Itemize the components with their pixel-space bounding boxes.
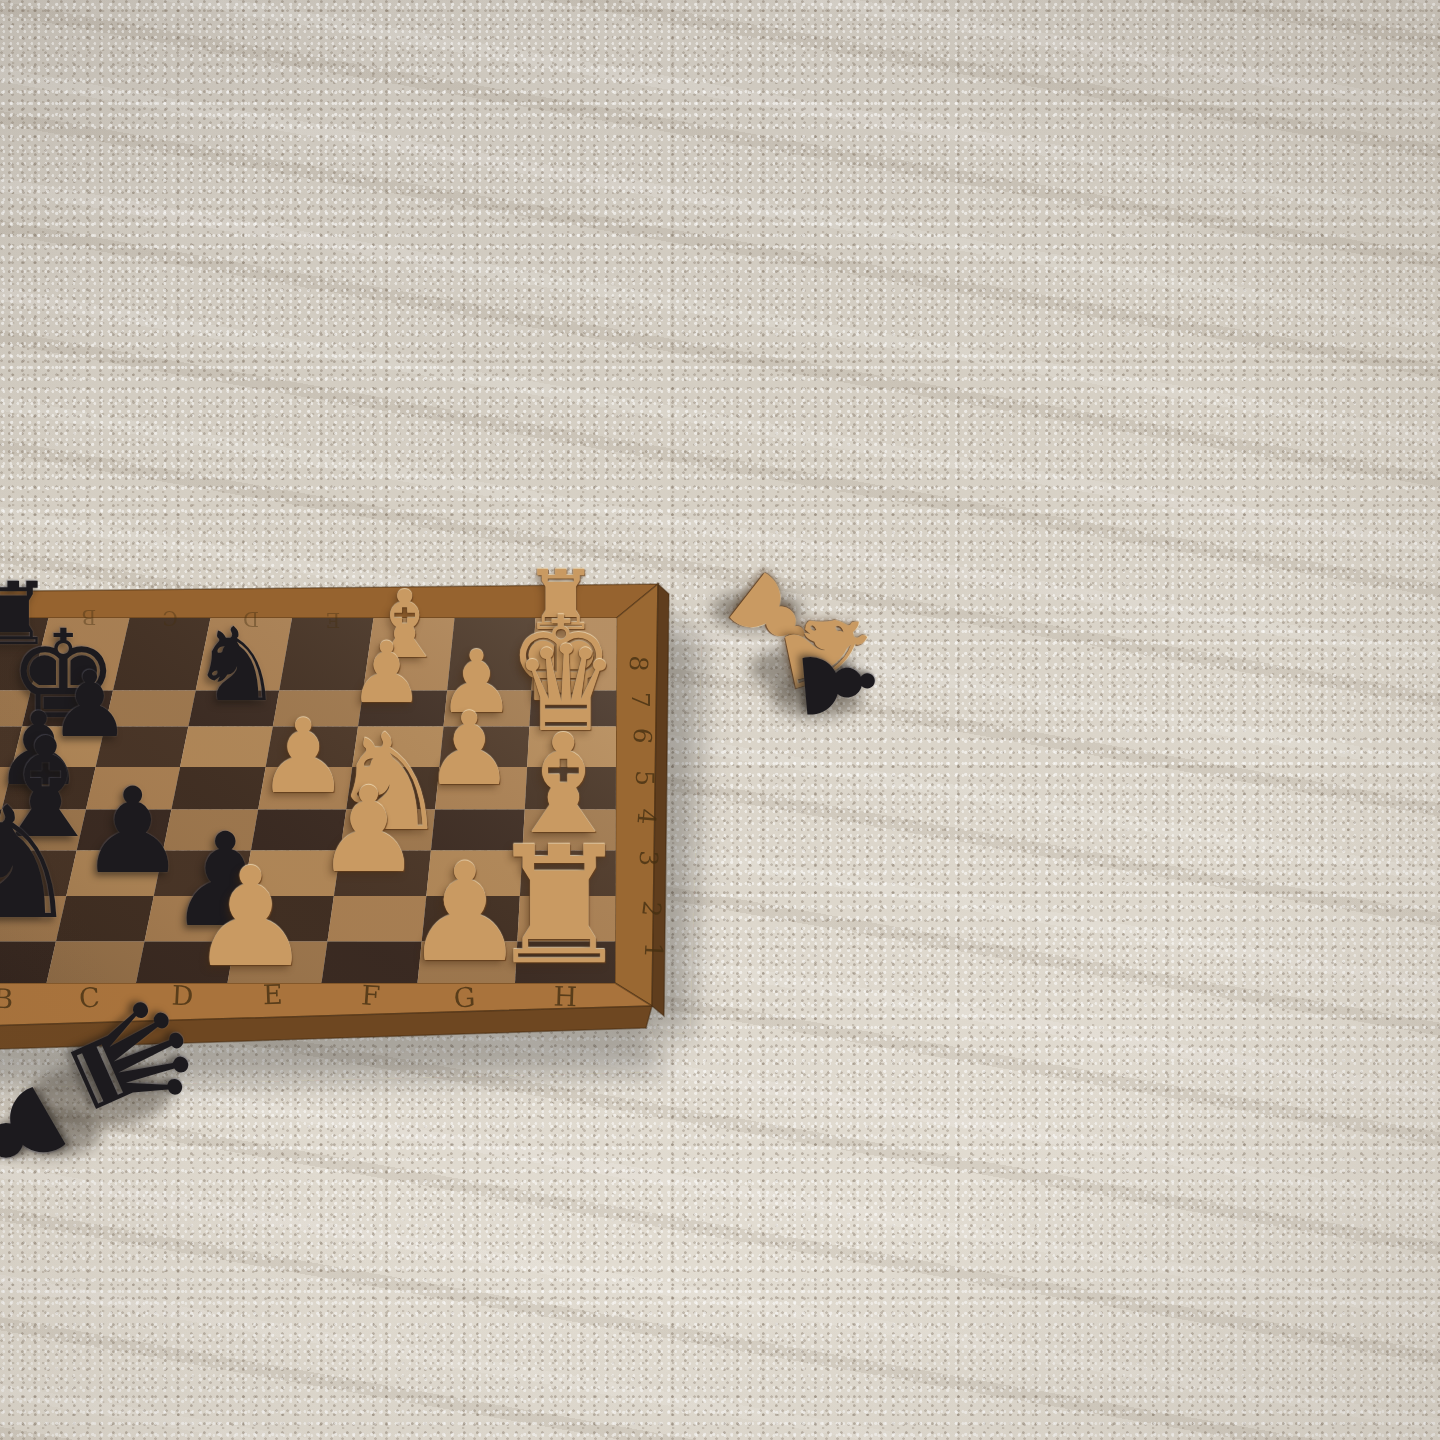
piece-white-rook-h1[interactable]: ♜ — [487, 825, 632, 987]
piece-black-knight-b2[interactable]: ♞ — [0, 786, 81, 941]
carpet-scene: ABCDEFGH87654321BCDE ♜♚♞♟♟♝♟♞♟♜♚♛♝♟♟♟♟♞♝… — [0, 0, 1440, 1440]
fallen-piece-black-pawn[interactable]: ♟ — [786, 637, 889, 731]
piece-white-pawn-e1[interactable]: ♟ — [189, 849, 312, 986]
pieces-layer: ♜♚♞♟♟♝♟♞♟♜♚♛♝♟♟♟♟♞♝♟♟♟♜♟♞♟♛♟ — [0, 0, 1440, 1440]
piece-white-pawn-f7[interactable]: ♟ — [349, 631, 425, 715]
